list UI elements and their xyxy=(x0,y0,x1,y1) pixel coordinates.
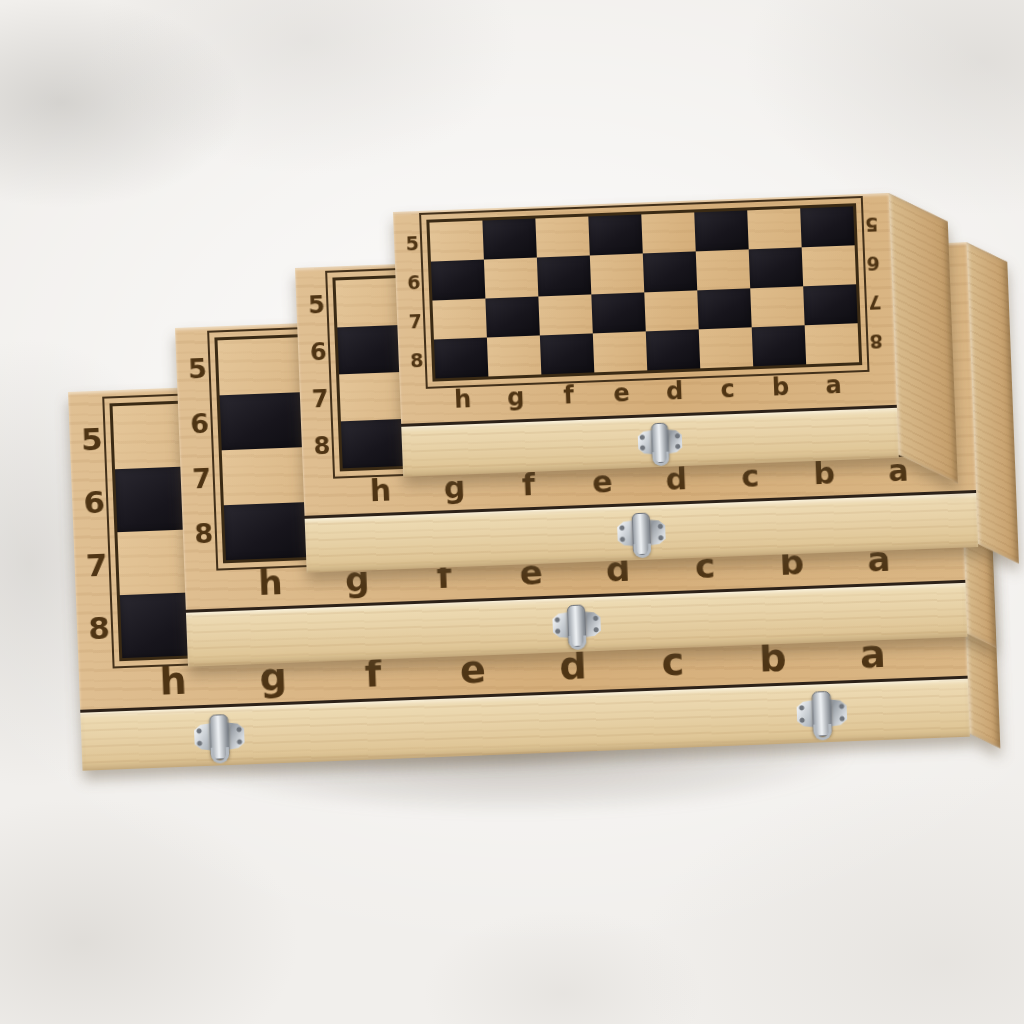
metal-clasp xyxy=(617,515,666,551)
metal-clasp xyxy=(552,607,601,643)
square-c7 xyxy=(697,288,751,329)
file-label-a: a xyxy=(806,362,861,408)
square-e6 xyxy=(590,253,644,294)
file-label-g: g xyxy=(488,374,543,420)
square-f6 xyxy=(537,255,591,296)
rank-labels-left: 5678 xyxy=(296,280,343,469)
rank-labels-right: 5678 xyxy=(853,205,895,362)
rank-label-5: 5 xyxy=(296,280,338,329)
square-d8 xyxy=(646,329,700,370)
rank-labels-left: 5678 xyxy=(393,223,435,380)
square-a8 xyxy=(805,323,859,364)
rank-label-right-5: 5 xyxy=(853,205,890,245)
box-right-edge xyxy=(889,193,958,483)
rank-label-right-6: 6 xyxy=(855,244,892,284)
square-d7 xyxy=(644,290,698,331)
checkerboard xyxy=(429,206,859,378)
rank-label-5: 5 xyxy=(176,340,220,397)
square-d6 xyxy=(643,251,697,292)
square-f7 xyxy=(538,294,592,335)
square-b6 xyxy=(749,247,803,288)
chess-box-1: 56785678hgfedcba xyxy=(393,191,957,474)
rank-label-right-7: 7 xyxy=(856,283,893,323)
file-label-c: c xyxy=(700,366,755,412)
square-c6 xyxy=(696,249,750,290)
square-f5 xyxy=(535,217,589,258)
rank-label-8: 8 xyxy=(301,421,343,470)
square-h8 xyxy=(224,502,313,560)
square-e5 xyxy=(588,214,642,255)
metal-clasp xyxy=(796,694,847,732)
square-e7 xyxy=(591,292,645,333)
rank-label-6: 6 xyxy=(178,395,222,452)
clasp-hook xyxy=(652,451,669,465)
clasp-hook xyxy=(568,635,586,650)
square-c5 xyxy=(694,210,748,251)
square-g7 xyxy=(485,296,539,337)
square-g6 xyxy=(484,258,538,299)
square-b5 xyxy=(747,208,801,249)
file-label-d: d xyxy=(647,368,702,414)
rank-label-7: 7 xyxy=(180,450,224,507)
square-a5 xyxy=(800,206,854,247)
rank-label-7: 7 xyxy=(73,532,119,597)
rank-label-6: 6 xyxy=(71,469,117,534)
rank-label-6: 6 xyxy=(297,327,339,376)
square-b8 xyxy=(752,325,806,366)
square-a6 xyxy=(802,245,856,286)
product-photo-folding-chess-boxes: 5678hgfedcba5678hgfedcba5678hgfedcba5678… xyxy=(0,0,1024,1024)
square-h7 xyxy=(432,299,486,340)
square-h6 xyxy=(431,260,485,301)
rank-labels-left: 5678 xyxy=(176,340,226,561)
rank-label-6: 6 xyxy=(395,262,432,302)
rank-label-8: 8 xyxy=(76,595,122,660)
square-g8 xyxy=(487,335,541,376)
file-label-h: h xyxy=(226,557,315,608)
rank-label-7: 7 xyxy=(299,374,341,423)
rank-label-8: 8 xyxy=(398,340,435,380)
metal-clasp xyxy=(194,717,245,755)
square-h8 xyxy=(434,337,488,378)
chess-box-stack: 5678hgfedcba5678hgfedcba5678hgfedcba5678… xyxy=(0,0,1024,1024)
square-h5 xyxy=(218,337,307,395)
square-b7 xyxy=(750,286,804,327)
rank-label-7: 7 xyxy=(396,301,433,341)
box-top-surface: 56785678hgfedcba xyxy=(393,193,897,424)
file-label-h: h xyxy=(435,376,490,422)
square-e8 xyxy=(593,331,647,372)
rank-label-5: 5 xyxy=(393,223,430,263)
square-d5 xyxy=(641,212,695,253)
clasp-hook xyxy=(211,747,230,763)
square-c8 xyxy=(699,327,753,368)
clasp-hook xyxy=(633,543,651,558)
rank-label-right-8: 8 xyxy=(858,322,895,362)
file-label-e: e xyxy=(594,370,649,416)
square-a7 xyxy=(803,284,857,325)
square-f8 xyxy=(540,333,594,374)
file-label-b: b xyxy=(753,364,808,410)
rank-label-5: 5 xyxy=(69,406,115,471)
clasp-hook xyxy=(813,724,832,740)
rank-label-8: 8 xyxy=(182,505,226,562)
square-h5 xyxy=(429,221,483,262)
metal-clasp xyxy=(637,425,682,459)
square-h6 xyxy=(220,392,309,450)
square-h7 xyxy=(222,447,311,505)
file-label-f: f xyxy=(541,372,596,418)
square-g5 xyxy=(482,219,536,260)
